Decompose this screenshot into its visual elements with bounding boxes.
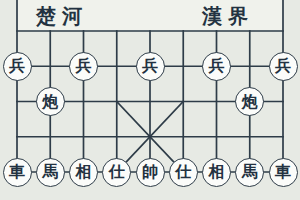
piece-horse[interactable]: 馬 [36,158,65,187]
xiangqi-board: 楚河 漢界 兵兵兵兵兵炮炮車馬相仕帥仕相馬車 [0,0,300,200]
piece-chariot[interactable]: 車 [3,158,32,187]
piece-advisor[interactable]: 仕 [102,158,131,187]
piece-soldier[interactable]: 兵 [3,52,32,81]
piece-soldier[interactable]: 兵 [202,52,231,81]
piece-advisor[interactable]: 仕 [169,158,198,187]
piece-horse[interactable]: 馬 [235,158,264,187]
piece-chariot[interactable]: 車 [269,158,298,187]
piece-cannon[interactable]: 炮 [235,87,264,116]
piece-general[interactable]: 帥 [136,158,165,187]
piece-soldier[interactable]: 兵 [136,52,165,81]
piece-elephant[interactable]: 相 [202,158,231,187]
piece-cannon[interactable]: 炮 [36,87,65,116]
piece-soldier[interactable]: 兵 [269,52,298,81]
xiangqi-board-grid[interactable]: 兵兵兵兵兵炮炮車馬相仕帥仕相馬車 [0,13,299,189]
piece-soldier[interactable]: 兵 [69,52,98,81]
piece-elephant[interactable]: 相 [69,158,98,187]
